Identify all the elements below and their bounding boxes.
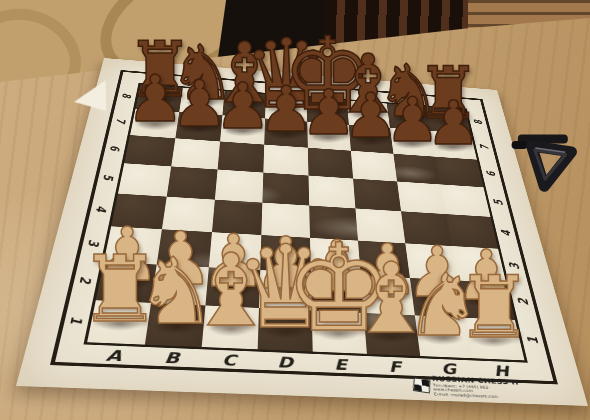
rank-label-left-2: 2: [76, 276, 95, 284]
square-b4: [111, 194, 167, 230]
file-label-top-d: D: [282, 85, 291, 93]
square-a3: [446, 214, 498, 249]
rank-label-right-6: 6: [484, 171, 499, 177]
square-a1: [458, 281, 515, 321]
square-h1: [415, 315, 473, 358]
square-c8: [179, 88, 224, 116]
file-label-bottom-b: B: [163, 349, 180, 367]
file-label-top-c: C: [241, 82, 249, 90]
file-label-bottom-f: F: [388, 358, 402, 376]
badge-clip: [502, 124, 590, 202]
square-a5: [435, 157, 483, 188]
square-e3: [260, 235, 311, 273]
square-e7: [264, 118, 308, 147]
file-label-bottom-a: A: [105, 346, 123, 364]
square-d7: [220, 115, 265, 144]
square-f1: [312, 310, 367, 353]
chess-grid: [87, 84, 524, 360]
square-g6: [351, 151, 397, 182]
rank-label-left-6: 6: [107, 145, 123, 151]
square-a7: [426, 107, 471, 134]
rank-label-left-1: 1: [66, 316, 86, 325]
square-f2: [311, 273, 364, 313]
square-c5: [167, 166, 218, 199]
square-g1: [364, 313, 421, 356]
square-h8: [387, 104, 431, 131]
square-g5: [353, 179, 401, 212]
square-e4: [261, 203, 310, 238]
square-c3: [157, 229, 212, 267]
square-e1: [258, 308, 313, 352]
rank-label-left-3: 3: [84, 239, 102, 247]
file-label-top-g: G: [401, 95, 411, 103]
square-h2: [410, 278, 465, 318]
rank-label-right-1: 1: [524, 336, 542, 344]
square-d8: [222, 91, 265, 119]
rank-label-right-2: 2: [515, 298, 532, 306]
square-g3: [358, 241, 410, 278]
chess-board-mat: AABBCCDDEEFFGGHH8877665544332211 RUSSIAN…: [16, 58, 588, 406]
square-b8: [136, 84, 183, 112]
square-g7: [349, 125, 394, 154]
square-h5: [397, 182, 446, 215]
file-label-top-f: F: [362, 92, 370, 100]
square-h7: [390, 128, 435, 157]
file-label-bottom-e: E: [334, 355, 348, 373]
square-g2: [361, 275, 415, 315]
file-label-top-h: H: [439, 98, 449, 106]
square-d2: [205, 267, 260, 308]
square-d6: [218, 141, 265, 172]
square-c1: [145, 303, 206, 347]
square-f3: [310, 238, 361, 276]
square-e8: [265, 94, 307, 122]
square-b3: [104, 226, 162, 264]
square-f6: [308, 148, 353, 179]
square-f4: [309, 206, 358, 241]
square-c4: [162, 197, 215, 233]
square-f8: [307, 97, 349, 124]
square-c7: [175, 112, 222, 141]
square-d5: [215, 170, 263, 203]
rank-label-right-7: 7: [478, 144, 492, 150]
square-b6: [124, 135, 175, 166]
rank-label-left-5: 5: [100, 174, 117, 181]
square-b5: [118, 163, 171, 196]
square-d3: [209, 232, 261, 270]
file-label-bottom-d: D: [277, 353, 293, 371]
square-a2: [452, 246, 506, 283]
file-label-top-b: B: [200, 79, 209, 87]
square-b7: [130, 109, 179, 138]
rank-label-right-8: 8: [472, 120, 486, 125]
square-g8: [347, 100, 390, 127]
square-b2: [96, 262, 157, 303]
square-a6: [431, 131, 477, 160]
rank-label-left-8: 8: [119, 93, 134, 99]
square-b1: [87, 300, 151, 344]
square-f5: [308, 176, 355, 209]
rank-label-left-7: 7: [113, 118, 129, 124]
rank-label-right-3: 3: [506, 263, 523, 270]
square-a4: [441, 184, 491, 216]
square-d1: [202, 305, 259, 349]
file-label-top-e: E: [323, 89, 331, 97]
square-h4: [401, 211, 452, 246]
square-e2: [259, 270, 312, 310]
rank-label-left-4: 4: [92, 205, 110, 212]
square-g4: [355, 208, 405, 243]
russian-chess-house-logo: [414, 378, 429, 392]
rank-label-right-4: 4: [498, 230, 514, 237]
file-label-top-a: A: [158, 76, 168, 84]
photo-frame: AABBCCDDEEFFGGHH8877665544332211 RUSSIAN…: [0, 0, 590, 420]
square-h6: [393, 154, 440, 185]
file-label-bottom-c: C: [221, 351, 236, 369]
square-c6: [171, 138, 220, 169]
square-f7: [307, 122, 351, 151]
square-d4: [212, 200, 262, 235]
square-a8: [465, 318, 524, 361]
square-h3: [405, 243, 458, 280]
square-c2: [151, 265, 209, 306]
square-e5: [262, 173, 309, 206]
square-e6: [263, 145, 308, 176]
